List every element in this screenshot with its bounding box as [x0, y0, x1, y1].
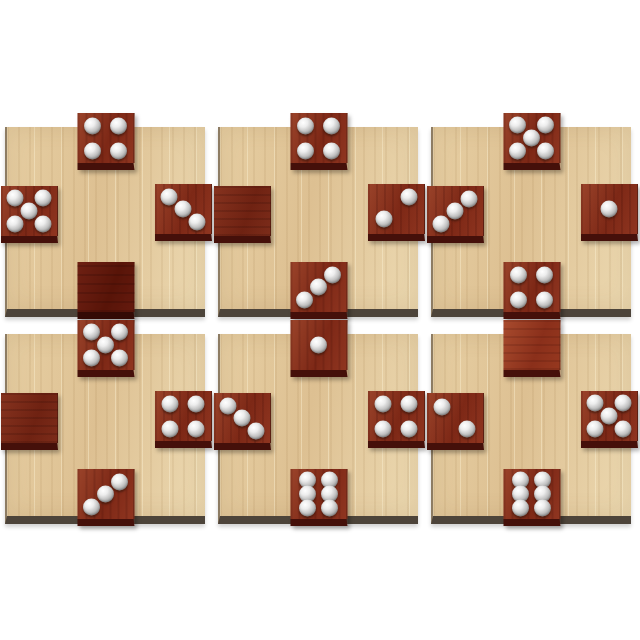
- pip: [615, 421, 632, 438]
- dice-tile-right-4pips[interactable]: [368, 391, 425, 448]
- pip: [111, 350, 128, 367]
- pip: [601, 201, 618, 218]
- dice-tile-top-1pips[interactable]: [291, 320, 348, 377]
- pip: [7, 190, 24, 207]
- pip: [375, 211, 392, 228]
- dice-tile-top-0pips[interactable]: [504, 320, 561, 377]
- pip: [7, 216, 24, 233]
- dice-tile-right-4pips[interactable]: [155, 391, 212, 448]
- dice-tile-right-5pips[interactable]: [581, 391, 638, 448]
- pip: [587, 395, 604, 412]
- dice-tile-bottom-6pips[interactable]: [291, 469, 348, 526]
- pip: [297, 142, 314, 159]
- dice-tile-left-5pips[interactable]: [1, 186, 58, 243]
- pip: [310, 279, 327, 296]
- pip: [188, 420, 205, 437]
- pip: [111, 473, 128, 490]
- pip: [447, 203, 464, 220]
- pip: [299, 500, 316, 517]
- pip: [21, 203, 38, 220]
- pip: [523, 130, 540, 147]
- pip: [161, 420, 178, 437]
- pip: [374, 420, 391, 437]
- dice-tile-left-0pips[interactable]: [1, 393, 58, 450]
- pip: [220, 397, 237, 414]
- pip: [536, 266, 553, 283]
- pip: [248, 422, 265, 439]
- pip: [323, 142, 340, 159]
- pip: [188, 395, 205, 412]
- puzzle-tray-board-2: [218, 127, 418, 317]
- dice-tile-left-2pips[interactable]: [427, 393, 484, 450]
- pip: [83, 324, 100, 341]
- dice-tile-top-5pips[interactable]: [504, 113, 561, 170]
- dice-tile-bottom-4pips[interactable]: [504, 262, 561, 319]
- dice-tile-bottom-6pips[interactable]: [504, 469, 561, 526]
- dice-tile-left-0pips[interactable]: [214, 186, 271, 243]
- pip: [510, 266, 527, 283]
- pip: [512, 500, 529, 517]
- dice-tile-right-2pips[interactable]: [368, 184, 425, 241]
- pip: [509, 117, 526, 134]
- dice-tile-top-4pips[interactable]: [291, 113, 348, 170]
- pip: [615, 395, 632, 412]
- pip: [401, 420, 418, 437]
- pip: [296, 291, 313, 308]
- dice-tile-bottom-3pips[interactable]: [291, 262, 348, 319]
- pip: [587, 421, 604, 438]
- pip: [84, 117, 101, 134]
- dice-tile-right-3pips[interactable]: [155, 184, 212, 241]
- dice-tile-bottom-3pips[interactable]: [78, 469, 135, 526]
- pip: [83, 350, 100, 367]
- pip: [83, 498, 100, 515]
- pip: [323, 117, 340, 134]
- pip: [601, 408, 618, 425]
- dice-tile-right-1pips[interactable]: [581, 184, 638, 241]
- pip: [84, 142, 101, 159]
- pip: [234, 410, 251, 427]
- dice-tile-left-3pips[interactable]: [214, 393, 271, 450]
- pip: [161, 395, 178, 412]
- pip: [401, 395, 418, 412]
- pip: [537, 117, 554, 134]
- puzzle-tray-board-1: [5, 127, 205, 317]
- pip: [161, 188, 178, 205]
- pip: [401, 189, 418, 206]
- pip: [459, 421, 476, 438]
- puzzle-tray-board-5: [218, 334, 418, 524]
- pip: [374, 395, 391, 412]
- pip: [97, 337, 114, 354]
- pip: [324, 266, 341, 283]
- pip: [509, 143, 526, 160]
- puzzle-boards-grid: [5, 127, 631, 524]
- puzzle-tray-board-4: [5, 334, 205, 524]
- dice-tile-top-4pips[interactable]: [78, 113, 135, 170]
- pip: [111, 324, 128, 341]
- pip: [189, 213, 206, 230]
- dice-tile-left-3pips[interactable]: [427, 186, 484, 243]
- pip: [297, 117, 314, 134]
- pip: [321, 500, 338, 517]
- dice-tile-top-5pips[interactable]: [78, 320, 135, 377]
- pip: [433, 215, 450, 232]
- pip: [110, 117, 127, 134]
- pip: [310, 337, 327, 354]
- pip: [461, 190, 478, 207]
- pip: [433, 399, 450, 416]
- pip: [97, 486, 114, 503]
- pip: [534, 500, 551, 517]
- puzzle-tray-board-6: [431, 334, 631, 524]
- pip: [536, 291, 553, 308]
- pip: [175, 201, 192, 218]
- pip: [35, 216, 52, 233]
- pip: [110, 142, 127, 159]
- pip: [537, 143, 554, 160]
- puzzle-tray-board-3: [431, 127, 631, 317]
- pip: [35, 190, 52, 207]
- pip: [510, 291, 527, 308]
- dice-tile-bottom-0pips[interactable]: [78, 262, 135, 319]
